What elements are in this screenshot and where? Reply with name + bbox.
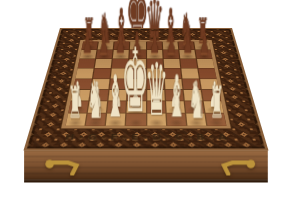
- square[interactable]: ♞: [86, 113, 106, 125]
- piece-white-rook[interactable]: ♜: [210, 81, 224, 125]
- square[interactable]: [78, 59, 96, 68]
- piece-white-bishop[interactable]: ♝: [167, 67, 186, 125]
- piece-white-knight[interactable]: ♞: [87, 74, 104, 126]
- piece-white-queen[interactable]: ♛: [145, 53, 168, 126]
- square[interactable]: ♟: [80, 50, 97, 58]
- latch-hook-icon: [44, 156, 87, 176]
- file-label: D: [152, 133, 161, 142]
- file-label: F: [110, 133, 118, 142]
- separator-diamond: ♦: [121, 134, 127, 140]
- scene: ♜♞♝♚♛♝♞♜♟♟♟♟♟♟♟♟♟♟♟♟♟♟♟♟♜♞♝♚♛♝♞♜ H♦G♦F♦E…: [0, 0, 300, 208]
- separator-diamond: ♦: [165, 134, 171, 140]
- piece-white-knight[interactable]: ♞: [188, 74, 205, 126]
- carved-chess-board: ♜♞♝♚♛♝♞♜♟♟♟♟♟♟♟♟♟♟♟♟♟♟♟♟♜♞♝♚♛♝♞♜ H♦G♦F♦E…: [24, 28, 269, 150]
- piece-white-rook[interactable]: ♜: [68, 81, 82, 125]
- chess-box-photo: ♜♞♝♚♛♝♞♜♟♟♟♟♟♟♟♟♟♟♟♟♟♟♟♟♜♞♝♚♛♝♞♜ H♦G♦F♦E…: [0, 0, 300, 208]
- square[interactable]: ♜: [205, 113, 226, 125]
- file-coordinate-rail: H♦G♦F♦E♦D♦C♦B♦A: [62, 132, 229, 141]
- file-label: B: [196, 133, 206, 142]
- piece-dark-pawn[interactable]: ♟: [183, 29, 193, 59]
- brass-latch-left: [44, 156, 87, 176]
- square[interactable]: ♟: [179, 50, 196, 58]
- square[interactable]: [197, 59, 215, 68]
- file-label: E: [131, 133, 139, 142]
- separator-diamond: ♦: [208, 134, 215, 140]
- separator-diamond: ♦: [186, 134, 193, 140]
- separator-diamond: ♦: [142, 134, 148, 140]
- file-label: A: [217, 133, 227, 142]
- latch-hook-icon: [214, 156, 257, 176]
- square[interactable]: ♛: [147, 113, 166, 125]
- piece-dark-pawn[interactable]: ♟: [83, 29, 93, 59]
- file-label: H: [64, 133, 75, 142]
- board-grid: ♜♞♝♚♛♝♞♜♟♟♟♟♟♟♟♟♟♟♟♟♟♟♟♟♜♞♝♚♛♝♞♜: [66, 42, 227, 126]
- brass-latch-right: [214, 156, 257, 176]
- box-front-panel: [24, 148, 268, 182]
- file-label: G: [87, 133, 97, 142]
- square[interactable]: ♟: [96, 50, 113, 58]
- square[interactable]: ♜: [66, 113, 87, 125]
- piece-dark-pawn[interactable]: ♟: [99, 29, 109, 59]
- piece-dark-pawn[interactable]: ♟: [200, 29, 210, 59]
- square[interactable]: ♟: [195, 50, 212, 58]
- file-label: C: [174, 133, 183, 142]
- separator-diamond: ♦: [100, 134, 107, 140]
- square[interactable]: ♚: [126, 113, 145, 125]
- square[interactable]: ♝: [166, 113, 186, 125]
- separator-diamond: ♦: [78, 134, 85, 140]
- square[interactable]: ♞: [186, 113, 206, 125]
